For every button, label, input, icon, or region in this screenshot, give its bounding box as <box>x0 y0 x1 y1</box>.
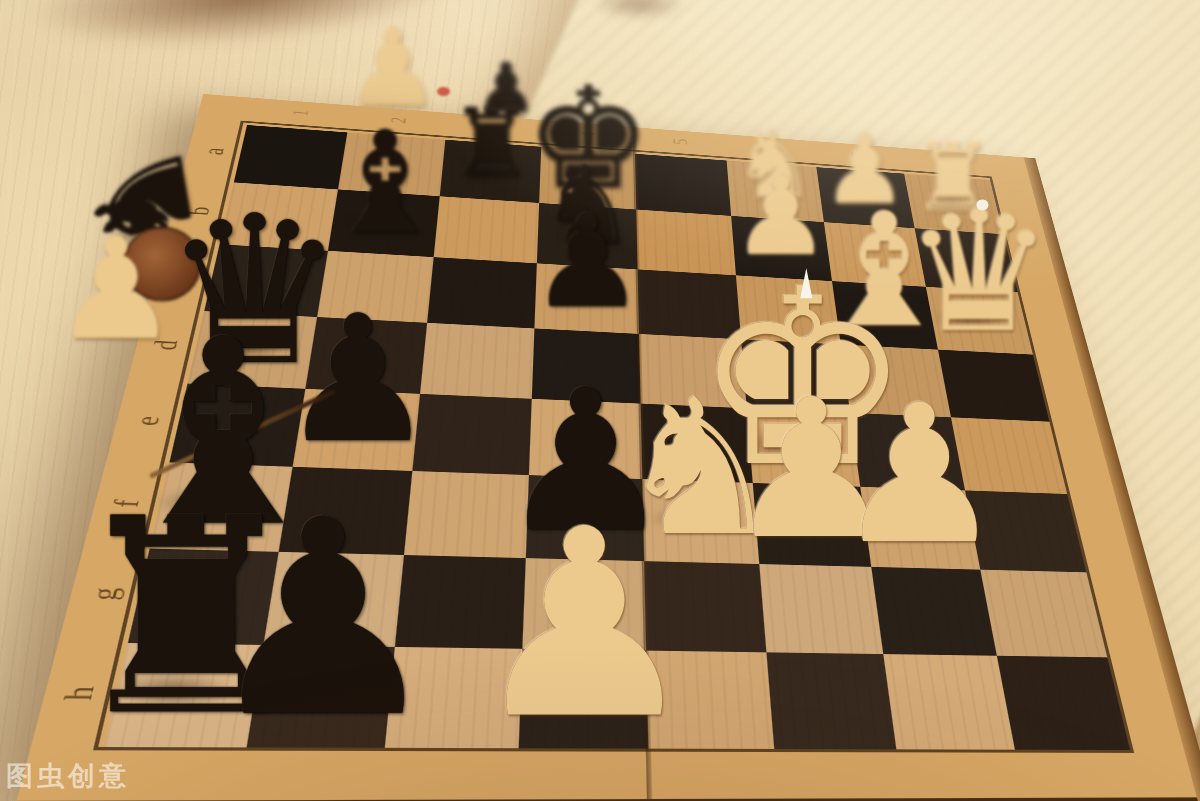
black-pawn-c4: ♟ <box>530 198 645 326</box>
black-rook-a3: ♜ <box>449 97 533 191</box>
chess-photo-scene: abcdefgh12345678 ♞♟♜♟♝♛♚♞♟♟♟♜♚♝♞♟♛♟♝♟♜♟♟… <box>0 0 1200 801</box>
white-pawn-h4: ♟ <box>468 495 701 755</box>
white-queen-c8: ♛ <box>904 189 1054 357</box>
white-pawn-f7: ♟ <box>834 378 1006 569</box>
board-side-face <box>11 797 1200 801</box>
rank-label-5: 5 <box>662 115 699 170</box>
black-pawn-h2: ♟ <box>202 485 444 755</box>
blurred-wood-knot <box>592 0 687 20</box>
watermark: 图虫创意 <box>6 758 130 794</box>
small-red-object <box>437 87 450 96</box>
